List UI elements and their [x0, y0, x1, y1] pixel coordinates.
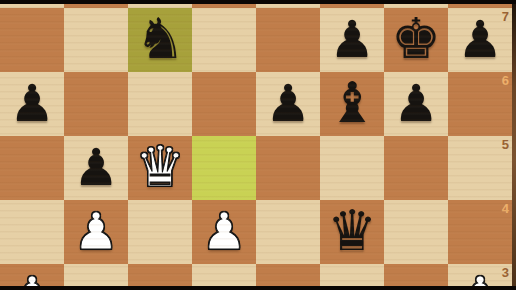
black-queen[interactable]: ♛ [320, 200, 384, 264]
square-e6[interactable]: ♟ [256, 72, 320, 136]
square-d6[interactable] [192, 72, 256, 136]
square-g6[interactable]: ♟ [384, 72, 448, 136]
black-pawn[interactable]: ♟ [320, 8, 384, 72]
square-c7[interactable]: ♞ [128, 8, 192, 72]
square-f7[interactable]: ♟ [320, 8, 384, 72]
square-h6[interactable]: 6 [448, 72, 512, 136]
square-f4[interactable]: ♛ [320, 200, 384, 264]
square-b6[interactable] [64, 72, 128, 136]
letterbox-bottom [0, 286, 516, 290]
black-pawn[interactable]: ♟ [0, 72, 64, 136]
square-b7[interactable] [64, 8, 128, 72]
chess-board: ♞♟♚7♟♟♟♝♟6♟♛5♟♟♛4♟3♟ [0, 0, 512, 290]
rank-coordinate-3: 3 [502, 265, 509, 280]
white-queen[interactable]: ♛ [128, 136, 192, 200]
square-f6[interactable]: ♝ [320, 72, 384, 136]
square-a7[interactable] [0, 8, 64, 72]
square-e4[interactable] [256, 200, 320, 264]
square-c6[interactable] [128, 72, 192, 136]
square-e5[interactable] [256, 136, 320, 200]
black-pawn[interactable]: ♟ [256, 72, 320, 136]
square-d5[interactable] [192, 136, 256, 200]
letterbox-top [0, 0, 516, 4]
square-a4[interactable] [0, 200, 64, 264]
rank-coordinate-4: 4 [502, 201, 509, 216]
square-e7[interactable] [256, 8, 320, 72]
black-king[interactable]: ♚ [384, 8, 448, 72]
square-d4[interactable]: ♟ [192, 200, 256, 264]
square-c4[interactable] [128, 200, 192, 264]
rank-coordinate-6: 6 [502, 73, 509, 88]
board-right-edge [512, 0, 516, 290]
square-b5[interactable]: ♟ [64, 136, 128, 200]
black-bishop[interactable]: ♝ [320, 72, 384, 136]
square-g5[interactable] [384, 136, 448, 200]
square-g7[interactable]: ♚ [384, 8, 448, 72]
square-h4[interactable]: 4 [448, 200, 512, 264]
white-pawn[interactable]: ♟ [192, 200, 256, 264]
white-pawn[interactable]: ♟ [64, 200, 128, 264]
rank-coordinate-5: 5 [502, 137, 509, 152]
black-knight[interactable]: ♞ [128, 8, 192, 72]
square-d7[interactable] [192, 8, 256, 72]
square-a5[interactable] [0, 136, 64, 200]
square-a6[interactable]: ♟ [0, 72, 64, 136]
square-g4[interactable] [384, 200, 448, 264]
black-pawn[interactable]: ♟ [64, 136, 128, 200]
square-b4[interactable]: ♟ [64, 200, 128, 264]
black-pawn[interactable]: ♟ [384, 72, 448, 136]
square-h7[interactable]: 7♟ [448, 8, 512, 72]
rank-coordinate-7: 7 [502, 9, 509, 24]
square-c5[interactable]: ♛ [128, 136, 192, 200]
video-frame: ♞♟♚7♟♟♟♝♟6♟♛5♟♟♛4♟3♟ [0, 0, 516, 290]
square-h5[interactable]: 5 [448, 136, 512, 200]
square-f5[interactable] [320, 136, 384, 200]
